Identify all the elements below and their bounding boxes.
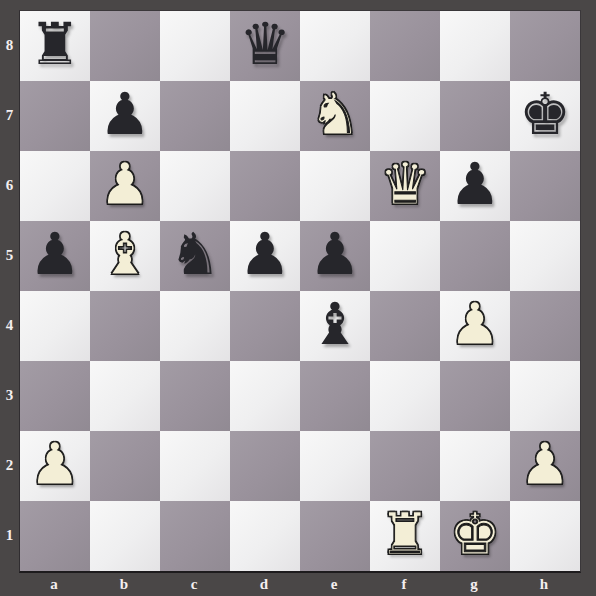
rank-label-4: 4 bbox=[0, 290, 19, 360]
square-a2[interactable]: ♟ bbox=[20, 431, 90, 501]
square-f7[interactable] bbox=[370, 81, 440, 151]
square-c1[interactable] bbox=[160, 501, 230, 571]
file-label-h: h bbox=[509, 573, 579, 596]
piece-black-rook[interactable]: ♜ bbox=[29, 9, 81, 79]
square-b1[interactable] bbox=[90, 501, 160, 571]
square-b7[interactable]: ♟ bbox=[90, 81, 160, 151]
rank-label-7: 7 bbox=[0, 80, 19, 150]
square-f6[interactable]: ♛ bbox=[370, 151, 440, 221]
square-g4[interactable]: ♟ bbox=[440, 291, 510, 361]
chess-board: ♜♛♟♞♚♟♛♟♟♝♞♟♟♝♟♟♟♜♚ bbox=[19, 10, 581, 573]
square-e6[interactable] bbox=[300, 151, 370, 221]
square-g3[interactable] bbox=[440, 361, 510, 431]
piece-black-pawn[interactable]: ♟ bbox=[449, 149, 501, 219]
square-b4[interactable] bbox=[90, 291, 160, 361]
square-a6[interactable] bbox=[20, 151, 90, 221]
piece-white-pawn[interactable]: ♟ bbox=[29, 429, 81, 499]
square-f5[interactable] bbox=[370, 221, 440, 291]
square-h2[interactable]: ♟ bbox=[510, 431, 580, 501]
square-g1[interactable]: ♚ bbox=[440, 501, 510, 571]
piece-white-rook[interactable]: ♜ bbox=[379, 499, 431, 569]
square-a5[interactable]: ♟ bbox=[20, 221, 90, 291]
piece-black-king[interactable]: ♚ bbox=[519, 79, 571, 149]
piece-white-pawn[interactable]: ♟ bbox=[99, 149, 151, 219]
piece-black-queen[interactable]: ♛ bbox=[239, 9, 291, 79]
piece-white-pawn[interactable]: ♟ bbox=[519, 429, 571, 499]
square-h3[interactable] bbox=[510, 361, 580, 431]
piece-white-king[interactable]: ♚ bbox=[449, 499, 501, 569]
piece-white-knight[interactable]: ♞ bbox=[309, 79, 361, 149]
square-d3[interactable] bbox=[230, 361, 300, 431]
square-f3[interactable] bbox=[370, 361, 440, 431]
file-label-f: f bbox=[369, 573, 439, 596]
square-e3[interactable] bbox=[300, 361, 370, 431]
square-f4[interactable] bbox=[370, 291, 440, 361]
square-e8[interactable] bbox=[300, 11, 370, 81]
piece-black-knight[interactable]: ♞ bbox=[169, 219, 221, 289]
file-label-d: d bbox=[229, 573, 299, 596]
square-f2[interactable] bbox=[370, 431, 440, 501]
square-g2[interactable] bbox=[440, 431, 510, 501]
square-d8[interactable]: ♛ bbox=[230, 11, 300, 81]
rank-label-1: 1 bbox=[0, 500, 19, 570]
square-a3[interactable] bbox=[20, 361, 90, 431]
file-label-c: c bbox=[159, 573, 229, 596]
square-c3[interactable] bbox=[160, 361, 230, 431]
rank-label-2: 2 bbox=[0, 430, 19, 500]
piece-black-pawn[interactable]: ♟ bbox=[239, 219, 291, 289]
square-c5[interactable]: ♞ bbox=[160, 221, 230, 291]
file-label-g: g bbox=[439, 573, 509, 596]
square-g5[interactable] bbox=[440, 221, 510, 291]
file-label-b: b bbox=[89, 573, 159, 596]
square-c2[interactable] bbox=[160, 431, 230, 501]
square-d1[interactable] bbox=[230, 501, 300, 571]
square-h6[interactable] bbox=[510, 151, 580, 221]
piece-black-pawn[interactable]: ♟ bbox=[99, 79, 151, 149]
rank-labels: 87654321 bbox=[0, 10, 19, 570]
square-a1[interactable] bbox=[20, 501, 90, 571]
square-h4[interactable] bbox=[510, 291, 580, 361]
square-d7[interactable] bbox=[230, 81, 300, 151]
file-label-a: a bbox=[19, 573, 89, 596]
square-g8[interactable] bbox=[440, 11, 510, 81]
file-label-e: e bbox=[299, 573, 369, 596]
piece-white-bishop[interactable]: ♝ bbox=[99, 219, 151, 289]
piece-black-bishop[interactable]: ♝ bbox=[309, 289, 361, 359]
square-h5[interactable] bbox=[510, 221, 580, 291]
square-e5[interactable]: ♟ bbox=[300, 221, 370, 291]
rank-label-6: 6 bbox=[0, 150, 19, 220]
file-labels: abcdefgh bbox=[19, 573, 579, 596]
square-h1[interactable] bbox=[510, 501, 580, 571]
square-c4[interactable] bbox=[160, 291, 230, 361]
square-a4[interactable] bbox=[20, 291, 90, 361]
square-d2[interactable] bbox=[230, 431, 300, 501]
square-c6[interactable] bbox=[160, 151, 230, 221]
piece-white-queen[interactable]: ♛ bbox=[379, 149, 431, 219]
square-b2[interactable] bbox=[90, 431, 160, 501]
square-a7[interactable] bbox=[20, 81, 90, 151]
square-e1[interactable] bbox=[300, 501, 370, 571]
chess-board-frame: ♜♛♟♞♚♟♛♟♟♝♞♟♟♝♟♟♟♜♚ 87654321 abcdefgh bbox=[0, 0, 596, 596]
square-e2[interactable] bbox=[300, 431, 370, 501]
square-g6[interactable]: ♟ bbox=[440, 151, 510, 221]
square-c7[interactable] bbox=[160, 81, 230, 151]
square-f8[interactable] bbox=[370, 11, 440, 81]
square-c8[interactable] bbox=[160, 11, 230, 81]
square-b5[interactable]: ♝ bbox=[90, 221, 160, 291]
square-e7[interactable]: ♞ bbox=[300, 81, 370, 151]
rank-label-3: 3 bbox=[0, 360, 19, 430]
piece-black-pawn[interactable]: ♟ bbox=[29, 219, 81, 289]
square-b3[interactable] bbox=[90, 361, 160, 431]
square-b8[interactable] bbox=[90, 11, 160, 81]
square-a8[interactable]: ♜ bbox=[20, 11, 90, 81]
square-d4[interactable] bbox=[230, 291, 300, 361]
rank-label-5: 5 bbox=[0, 220, 19, 290]
square-h8[interactable] bbox=[510, 11, 580, 81]
square-e4[interactable]: ♝ bbox=[300, 291, 370, 361]
square-d5[interactable]: ♟ bbox=[230, 221, 300, 291]
square-g7[interactable] bbox=[440, 81, 510, 151]
rank-label-8: 8 bbox=[0, 10, 19, 80]
piece-white-pawn[interactable]: ♟ bbox=[449, 289, 501, 359]
square-f1[interactable]: ♜ bbox=[370, 501, 440, 571]
square-d6[interactable] bbox=[230, 151, 300, 221]
square-h7[interactable]: ♚ bbox=[510, 81, 580, 151]
square-b6[interactable]: ♟ bbox=[90, 151, 160, 221]
piece-black-pawn[interactable]: ♟ bbox=[309, 219, 361, 289]
